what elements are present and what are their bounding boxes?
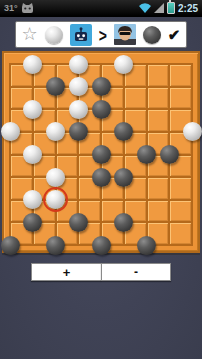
board-cell[interactable]	[79, 110, 100, 131]
board-cell[interactable]	[170, 156, 191, 177]
signal-icon	[154, 3, 164, 13]
board-cell[interactable]	[57, 88, 78, 109]
white-sphere-icon	[45, 26, 63, 44]
zoom-controls: + -	[0, 263, 202, 281]
board-cell[interactable]	[34, 133, 55, 154]
minus-button[interactable]: -	[101, 263, 171, 281]
board-cell[interactable]	[79, 65, 100, 86]
board-cell[interactable]	[148, 110, 169, 131]
board-cell[interactable]	[170, 223, 191, 244]
board-cell[interactable]	[148, 133, 169, 154]
mascot-icon	[21, 3, 34, 13]
chevron-right-icon: >	[99, 24, 107, 45]
board-cell[interactable]	[102, 223, 123, 244]
board-cell[interactable]	[102, 156, 123, 177]
avatar-photo-icon	[114, 24, 136, 45]
battery-icon	[167, 2, 175, 14]
board-cell[interactable]	[34, 223, 55, 244]
board-cell[interactable]	[34, 156, 55, 177]
board-cell[interactable]	[57, 110, 78, 131]
board-cell[interactable]	[170, 88, 191, 109]
board-cell[interactable]	[79, 201, 100, 222]
board-cell[interactable]	[79, 133, 100, 154]
board-cell[interactable]	[79, 88, 100, 109]
screen: 31° 2:25 ☆	[0, 0, 202, 359]
board-cell[interactable]	[11, 110, 32, 131]
board-cell[interactable]	[125, 88, 146, 109]
toolbar: ☆ >	[15, 21, 187, 48]
board-cell[interactable]	[79, 156, 100, 177]
board-cell[interactable]	[125, 178, 146, 199]
board-cell[interactable]	[57, 178, 78, 199]
plus-label: +	[63, 265, 71, 280]
board-cell[interactable]	[34, 88, 55, 109]
favorite-button[interactable]: ☆	[22, 27, 38, 43]
clock-label: 2:25	[178, 3, 198, 14]
board-cell[interactable]	[148, 223, 169, 244]
board-cell[interactable]	[79, 178, 100, 199]
next-button[interactable]: >	[99, 27, 107, 43]
dark-sphere-icon	[143, 26, 161, 44]
board-cell[interactable]	[170, 178, 191, 199]
board-cell[interactable]	[34, 201, 55, 222]
board-cell[interactable]	[148, 201, 169, 222]
board-cell[interactable]	[11, 156, 32, 177]
board-cell[interactable]	[11, 133, 32, 154]
board-cell[interactable]	[148, 88, 169, 109]
board-cell[interactable]	[11, 223, 32, 244]
board-cell[interactable]	[102, 178, 123, 199]
white-stone-button[interactable]	[45, 26, 63, 44]
board-cell[interactable]	[148, 178, 169, 199]
go-board[interactable]	[2, 51, 200, 253]
plus-button[interactable]: +	[31, 263, 101, 281]
board-cell[interactable]	[148, 65, 169, 86]
board-grid	[9, 63, 193, 246]
board-cell[interactable]	[102, 201, 123, 222]
board-cell[interactable]	[57, 65, 78, 86]
board-cell[interactable]	[125, 223, 146, 244]
board-cell[interactable]	[11, 65, 32, 86]
board-cell[interactable]	[170, 65, 191, 86]
board-cell[interactable]	[102, 133, 123, 154]
human-player-button[interactable]	[114, 24, 136, 45]
board-cell[interactable]	[34, 110, 55, 131]
checkmark-icon: ✔	[168, 26, 181, 44]
board-cell[interactable]	[57, 201, 78, 222]
board-cell[interactable]	[34, 65, 55, 86]
board-cell[interactable]	[170, 110, 191, 131]
board-cell[interactable]	[170, 133, 191, 154]
board-cell[interactable]	[57, 133, 78, 154]
board-cell[interactable]	[125, 65, 146, 86]
board-cell[interactable]	[125, 156, 146, 177]
robot-player-button[interactable]	[70, 24, 92, 46]
board-cell[interactable]	[125, 110, 146, 131]
board-cell[interactable]	[125, 133, 146, 154]
black-stone-button[interactable]	[143, 26, 161, 44]
board-cell[interactable]	[102, 88, 123, 109]
board-cell[interactable]	[79, 223, 100, 244]
board-cell[interactable]	[102, 65, 123, 86]
star-outline-icon: ☆	[22, 25, 38, 43]
board-cell[interactable]	[148, 156, 169, 177]
board-cell[interactable]	[11, 201, 32, 222]
board-cell[interactable]	[170, 201, 191, 222]
board-cell[interactable]	[11, 178, 32, 199]
board-cell[interactable]	[125, 201, 146, 222]
board-cell[interactable]	[102, 110, 123, 131]
toolbar-wrap: ☆ >	[0, 17, 202, 48]
wifi-icon	[139, 3, 151, 13]
minus-label: -	[134, 265, 138, 279]
robot-icon	[72, 26, 90, 44]
board-cell[interactable]	[34, 178, 55, 199]
board-cell[interactable]	[11, 88, 32, 109]
temperature-label: 31°	[4, 3, 18, 13]
status-bar: 31° 2:25	[0, 0, 202, 17]
board-cell[interactable]	[57, 223, 78, 244]
board-cell[interactable]	[57, 156, 78, 177]
confirm-button[interactable]: ✔	[168, 26, 181, 44]
